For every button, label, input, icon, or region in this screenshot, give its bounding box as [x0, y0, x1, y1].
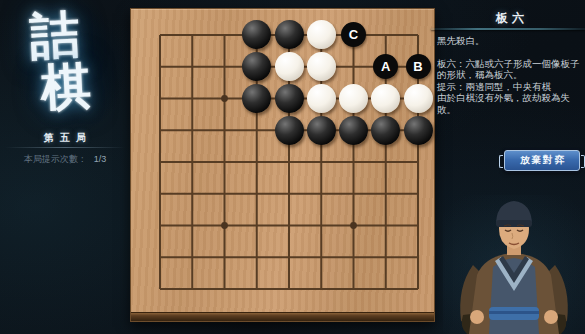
board-point[interactable] [241, 241, 273, 273]
board-point[interactable] [144, 241, 176, 273]
board-point[interactable] [370, 19, 402, 51]
board-point[interactable] [241, 51, 273, 83]
board-point[interactable] [305, 83, 337, 115]
white-stone [307, 52, 336, 81]
board-point[interactable] [402, 210, 434, 242]
black-stone [242, 84, 271, 113]
board-point[interactable] [241, 273, 273, 305]
right-panel: 板六 黑先殺白。 板六：六點或六子形成一個像板子的形狀，稱為板六。 提示：兩邊同… [435, 0, 585, 334]
board-point[interactable] [402, 19, 434, 51]
board-point[interactable] [305, 178, 337, 210]
black-stone [307, 116, 336, 145]
board-point[interactable] [176, 19, 208, 51]
white-stone [275, 52, 304, 81]
board-point[interactable] [241, 114, 273, 146]
board-point[interactable] [241, 178, 273, 210]
board-point[interactable] [176, 210, 208, 242]
board-point[interactable] [273, 146, 305, 178]
board-point[interactable] [273, 241, 305, 273]
left-panel: 詰 棋 第五局 本局提示次數：1/3 [0, 0, 130, 334]
board-point[interactable] [273, 19, 305, 51]
board-point[interactable] [370, 83, 402, 115]
board-point[interactable] [176, 83, 208, 115]
board-point[interactable] [273, 210, 305, 242]
board-point[interactable] [208, 210, 240, 242]
board-point[interactable] [370, 241, 402, 273]
board-point[interactable] [273, 114, 305, 146]
puzzle-definition: 板六：六點或六子形成一個像板子的形狀，稱為板六。 [437, 58, 583, 81]
board-point[interactable] [273, 83, 305, 115]
board-point[interactable] [241, 146, 273, 178]
board-point[interactable] [337, 83, 369, 115]
board-point[interactable] [208, 114, 240, 146]
board-point[interactable] [305, 210, 337, 242]
give-up-button[interactable]: 放棄對弈 [504, 150, 580, 171]
board-point[interactable] [273, 273, 305, 305]
board-bottom-edge [131, 312, 434, 321]
white-stone [371, 84, 400, 113]
board-point[interactable] [402, 273, 434, 305]
board-point[interactable] [144, 83, 176, 115]
black-stone [371, 116, 400, 145]
board-point[interactable] [370, 210, 402, 242]
round-label: 第五局 [0, 131, 130, 145]
hint-counter-value: 1/3 [94, 154, 107, 164]
board-point[interactable] [208, 19, 240, 51]
board-point[interactable] [208, 83, 240, 115]
puzzle-description: 黑先殺白。 板六：六點或六子形成一個像板子的形狀，稱為板六。 提示：兩邊同型，中… [437, 35, 583, 115]
board-point[interactable] [144, 178, 176, 210]
board-point[interactable] [144, 51, 176, 83]
puzzle-hint: 提示：兩邊同型，中央有棋 [437, 81, 583, 93]
board-point[interactable] [144, 210, 176, 242]
option-marker-C[interactable]: C [341, 22, 366, 47]
board-point[interactable] [176, 273, 208, 305]
board-point[interactable] [402, 178, 434, 210]
puzzle-title: 板六 [435, 10, 585, 27]
board-point[interactable] [208, 51, 240, 83]
hint-counter-label: 本局提示次數： [24, 154, 87, 164]
board-point[interactable] [208, 178, 240, 210]
board-point[interactable] [402, 83, 434, 115]
option-marker-B[interactable]: B [406, 54, 431, 79]
board-point[interactable] [144, 19, 176, 51]
board-point[interactable] [176, 51, 208, 83]
board-point[interactable] [144, 114, 176, 146]
left-panel-divider [5, 147, 125, 148]
board-point[interactable] [176, 178, 208, 210]
board-point[interactable] [337, 178, 369, 210]
board-point[interactable] [176, 241, 208, 273]
board-point[interactable] [305, 273, 337, 305]
board-point[interactable] [370, 114, 402, 146]
board-point[interactable] [241, 19, 273, 51]
board-point[interactable] [208, 241, 240, 273]
board-point[interactable] [402, 146, 434, 178]
board-point[interactable] [402, 114, 434, 146]
board-point[interactable] [305, 51, 337, 83]
board-point[interactable] [337, 273, 369, 305]
board-point[interactable] [337, 241, 369, 273]
board-point[interactable] [337, 114, 369, 146]
board-point[interactable] [241, 83, 273, 115]
black-stone [275, 20, 304, 49]
board-point[interactable] [208, 273, 240, 305]
board-point[interactable] [337, 210, 369, 242]
board-point[interactable] [370, 273, 402, 305]
board-point[interactable] [370, 146, 402, 178]
white-stone [307, 20, 336, 49]
board-point[interactable]: C [337, 19, 369, 51]
board-point[interactable] [176, 146, 208, 178]
board-point[interactable]: A [370, 51, 402, 83]
black-stone [275, 116, 304, 145]
board-point[interactable] [144, 273, 176, 305]
black-stone [242, 20, 271, 49]
puzzle-objective: 黑先殺白。 [437, 35, 583, 47]
calligraphy-char-top: 詰 [29, 9, 82, 62]
white-stone [404, 84, 433, 113]
board-point[interactable]: B [402, 51, 434, 83]
black-stone [404, 116, 433, 145]
board-point[interactable] [370, 178, 402, 210]
puzzle-calligraphy-title: 詰 棋 [0, 0, 134, 143]
board-point[interactable] [241, 210, 273, 242]
black-stone [275, 84, 304, 113]
board-point[interactable] [305, 241, 337, 273]
board-point[interactable] [305, 146, 337, 178]
calligraphy-char-bottom: 棋 [40, 61, 93, 114]
game-screen: 詰 棋 第五局 本局提示次數：1/3 CAB 板六 黑先殺白。 板六：六點或六子… [0, 0, 585, 334]
white-stone [339, 84, 368, 113]
board-point[interactable] [273, 178, 305, 210]
title-divider [431, 28, 585, 30]
board-point[interactable] [337, 146, 369, 178]
go-board[interactable]: CAB [130, 8, 435, 322]
board-point[interactable] [305, 19, 337, 51]
character-portrait [443, 195, 585, 334]
board-point[interactable] [305, 114, 337, 146]
stones-layer: CAB [144, 19, 434, 305]
puzzle-note: 由於白棋沒有外氣，故劫殺為失敗。 [437, 92, 583, 115]
board-point[interactable] [144, 146, 176, 178]
board-point[interactable] [208, 146, 240, 178]
black-stone [242, 52, 271, 81]
black-stone [339, 116, 368, 145]
white-stone [307, 84, 336, 113]
board-point[interactable] [176, 114, 208, 146]
board-point[interactable] [273, 51, 305, 83]
board-point[interactable] [402, 241, 434, 273]
option-marker-A[interactable]: A [373, 54, 398, 79]
hint-counter: 本局提示次數：1/3 [0, 153, 130, 166]
board-point[interactable] [337, 51, 369, 83]
